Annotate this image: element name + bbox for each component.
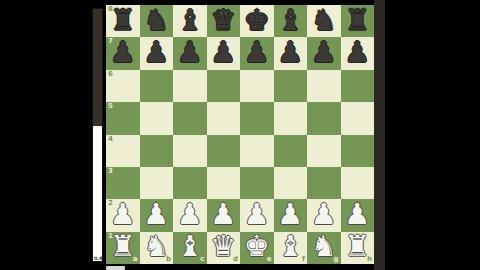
chess-board: 8♜♞♝♛♚♝♞♜7♟♟♟♟♟♟♟♟65432♟♟♟♟♟♟♟♟1a♜b♞c♝d♛… bbox=[106, 5, 374, 264]
black-pawn-piece[interactable]: ♟ bbox=[244, 38, 270, 67]
square-a6[interactable]: 6 bbox=[106, 70, 140, 102]
square-e5[interactable] bbox=[240, 102, 274, 134]
square-d1[interactable]: d♛ bbox=[207, 232, 241, 264]
black-knight-piece[interactable]: ♞ bbox=[311, 6, 337, 35]
white-pawn-piece[interactable]: ♟ bbox=[244, 200, 270, 229]
square-c5[interactable] bbox=[173, 102, 207, 134]
square-b5[interactable] bbox=[140, 102, 174, 134]
white-queen-piece[interactable]: ♛ bbox=[210, 232, 236, 261]
square-a5[interactable]: 5 bbox=[106, 102, 140, 134]
white-pawn-piece[interactable]: ♟ bbox=[110, 200, 136, 229]
square-h6[interactable] bbox=[341, 70, 375, 102]
rank-label-3: 3 bbox=[108, 168, 113, 175]
board-frame-strip bbox=[374, 0, 385, 270]
white-knight-piece[interactable]: ♞ bbox=[311, 232, 337, 261]
white-pawn-piece[interactable]: ♟ bbox=[210, 200, 236, 229]
square-h2[interactable]: ♟ bbox=[341, 199, 375, 231]
square-d4[interactable] bbox=[207, 135, 241, 167]
square-c8[interactable]: ♝ bbox=[173, 5, 207, 37]
square-d8[interactable]: ♛ bbox=[207, 5, 241, 37]
square-a1[interactable]: 1a♜ bbox=[106, 232, 140, 264]
square-c1[interactable]: c♝ bbox=[173, 232, 207, 264]
square-g4[interactable] bbox=[307, 135, 341, 167]
white-pawn-piece[interactable]: ♟ bbox=[344, 200, 370, 229]
square-a8[interactable]: 8♜ bbox=[106, 5, 140, 37]
square-a4[interactable]: 4 bbox=[106, 135, 140, 167]
black-queen-piece[interactable]: ♛ bbox=[210, 6, 236, 35]
black-pawn-piece[interactable]: ♟ bbox=[210, 38, 236, 67]
rank-label-5: 5 bbox=[108, 103, 113, 110]
square-b1[interactable]: b♞ bbox=[140, 232, 174, 264]
square-g7[interactable]: ♟ bbox=[307, 37, 341, 69]
square-f2[interactable]: ♟ bbox=[274, 199, 308, 231]
square-f4[interactable] bbox=[274, 135, 308, 167]
square-g6[interactable] bbox=[307, 70, 341, 102]
square-b8[interactable]: ♞ bbox=[140, 5, 174, 37]
square-c4[interactable] bbox=[173, 135, 207, 167]
square-e1[interactable]: e♚ bbox=[240, 232, 274, 264]
white-king-piece[interactable]: ♚ bbox=[244, 232, 270, 261]
square-g8[interactable]: ♞ bbox=[307, 5, 341, 37]
square-b2[interactable]: ♟ bbox=[140, 199, 174, 231]
white-rook-piece[interactable]: ♜ bbox=[344, 232, 370, 261]
square-e7[interactable]: ♟ bbox=[240, 37, 274, 69]
square-a3[interactable]: 3 bbox=[106, 167, 140, 199]
rank-label-4: 4 bbox=[108, 136, 113, 143]
white-pawn-piece[interactable]: ♟ bbox=[311, 200, 337, 229]
square-c3[interactable] bbox=[173, 167, 207, 199]
black-pawn-piece[interactable]: ♟ bbox=[311, 38, 337, 67]
square-e4[interactable] bbox=[240, 135, 274, 167]
white-knight-piece[interactable]: ♞ bbox=[143, 232, 169, 261]
black-rook-piece[interactable]: ♜ bbox=[344, 6, 370, 35]
square-d5[interactable] bbox=[207, 102, 241, 134]
square-b4[interactable] bbox=[140, 135, 174, 167]
square-f7[interactable]: ♟ bbox=[274, 37, 308, 69]
square-g5[interactable] bbox=[307, 102, 341, 134]
black-knight-piece[interactable]: ♞ bbox=[143, 6, 169, 35]
black-rook-piece[interactable]: ♜ bbox=[110, 6, 136, 35]
square-e8[interactable]: ♚ bbox=[240, 5, 274, 37]
square-h8[interactable]: ♜ bbox=[341, 5, 375, 37]
black-pawn-piece[interactable]: ♟ bbox=[143, 38, 169, 67]
square-h7[interactable]: ♟ bbox=[341, 37, 375, 69]
white-pawn-piece[interactable]: ♟ bbox=[277, 200, 303, 229]
square-h5[interactable] bbox=[341, 102, 375, 134]
white-bishop-piece[interactable]: ♝ bbox=[177, 232, 203, 261]
evaluation-bar-white-section: 0.4 bbox=[93, 126, 102, 261]
black-pawn-piece[interactable]: ♟ bbox=[177, 38, 203, 67]
square-f3[interactable] bbox=[274, 167, 308, 199]
white-bishop-piece[interactable]: ♝ bbox=[277, 232, 303, 261]
square-e3[interactable] bbox=[240, 167, 274, 199]
square-d7[interactable]: ♟ bbox=[207, 37, 241, 69]
square-e2[interactable]: ♟ bbox=[240, 199, 274, 231]
square-d6[interactable] bbox=[207, 70, 241, 102]
square-a2[interactable]: 2♟ bbox=[106, 199, 140, 231]
square-e6[interactable] bbox=[240, 70, 274, 102]
square-f6[interactable] bbox=[274, 70, 308, 102]
black-bishop-piece[interactable]: ♝ bbox=[277, 6, 303, 35]
square-g3[interactable] bbox=[307, 167, 341, 199]
square-h3[interactable] bbox=[341, 167, 375, 199]
square-a7[interactable]: 7♟ bbox=[106, 37, 140, 69]
square-c7[interactable]: ♟ bbox=[173, 37, 207, 69]
black-bishop-piece[interactable]: ♝ bbox=[177, 6, 203, 35]
evaluation-value: 0.4 bbox=[94, 255, 101, 261]
square-d3[interactable] bbox=[207, 167, 241, 199]
square-b3[interactable] bbox=[140, 167, 174, 199]
square-d2[interactable]: ♟ bbox=[207, 199, 241, 231]
square-b7[interactable]: ♟ bbox=[140, 37, 174, 69]
square-f8[interactable]: ♝ bbox=[274, 5, 308, 37]
square-c6[interactable] bbox=[173, 70, 207, 102]
evaluation-bar: 0.4 bbox=[92, 8, 103, 262]
square-f5[interactable] bbox=[274, 102, 308, 134]
cropped-ui-element bbox=[106, 266, 125, 270]
rank-label-6: 6 bbox=[108, 71, 113, 78]
black-pawn-piece[interactable]: ♟ bbox=[344, 38, 370, 67]
white-pawn-piece[interactable]: ♟ bbox=[143, 200, 169, 229]
square-b6[interactable] bbox=[140, 70, 174, 102]
black-pawn-piece[interactable]: ♟ bbox=[277, 38, 303, 67]
black-pawn-piece[interactable]: ♟ bbox=[110, 38, 136, 67]
white-rook-piece[interactable]: ♜ bbox=[110, 232, 136, 261]
square-g2[interactable]: ♟ bbox=[307, 199, 341, 231]
black-king-piece[interactable]: ♚ bbox=[244, 6, 270, 35]
square-g1[interactable]: g♞ bbox=[307, 232, 341, 264]
white-pawn-piece[interactable]: ♟ bbox=[177, 200, 203, 229]
square-c2[interactable]: ♟ bbox=[173, 199, 207, 231]
square-h4[interactable] bbox=[341, 135, 375, 167]
square-f1[interactable]: f♝ bbox=[274, 232, 308, 264]
square-h1[interactable]: h♜ bbox=[341, 232, 375, 264]
